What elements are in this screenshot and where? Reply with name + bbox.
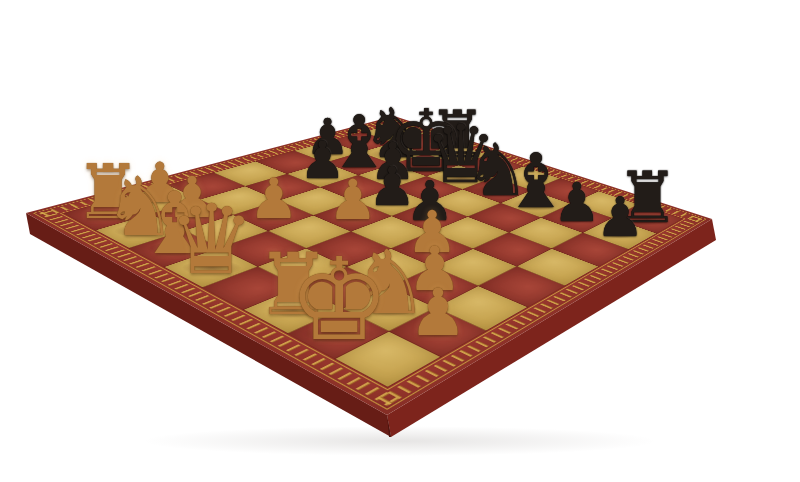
- piece-white-king-g1[interactable]: ♚: [288, 244, 390, 357]
- piece-black-pawn-g7[interactable]: ♟: [553, 176, 601, 230]
- piece-white-pawn-c3[interactable]: ♟: [249, 172, 299, 228]
- piece-white-pawn-h2[interactable]: ♟: [409, 280, 467, 345]
- piece-black-pawn-h7[interactable]: ♟: [596, 190, 645, 245]
- piece-white-pawn-d4[interactable]: ♟: [328, 173, 378, 228]
- chess-set-photo: ♟♞♜♝♚♟♟♛♞♟♟♝♜♟♟♟♟♟♜♞♟♝♟♛♟♞♜♟♚: [0, 0, 800, 482]
- piece-white-queen-d1[interactable]: ♛: [168, 192, 254, 288]
